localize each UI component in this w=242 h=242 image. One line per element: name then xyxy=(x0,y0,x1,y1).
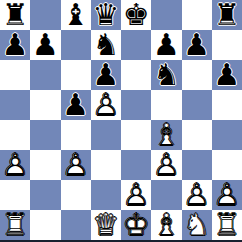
piece-white-bishop[interactable]: ♝♗ xyxy=(151,120,181,150)
square-g4[interactable] xyxy=(182,120,212,150)
piece-white-rook[interactable]: ♜♖ xyxy=(0,210,30,240)
square-e6[interactable] xyxy=(121,60,151,90)
square-h8[interactable]: ♜ xyxy=(212,0,242,30)
piece-black-rook[interactable]: ♜ xyxy=(212,0,242,30)
square-f4[interactable]: ♝♗ xyxy=(151,120,181,150)
square-h2[interactable]: ♟♙ xyxy=(212,180,242,210)
white-piece-outline-glyph: ♘ xyxy=(182,210,212,240)
white-piece-outline-glyph: ♕ xyxy=(91,210,121,240)
white-piece-outline-glyph: ♔ xyxy=(121,210,151,240)
piece-black-bishop[interactable]: ♝ xyxy=(61,0,91,30)
square-d5[interactable]: ♟♙ xyxy=(91,90,121,120)
square-f6[interactable]: ♞ xyxy=(151,60,181,90)
piece-black-pawn[interactable]: ♟ xyxy=(151,30,181,60)
piece-black-pawn[interactable]: ♟ xyxy=(91,60,121,90)
square-g5[interactable] xyxy=(182,90,212,120)
chess-board-container: ♜♝♛♚♜♟♟♞♟♟♟♞♟♟♟♙♝♗♟♙♟♙♟♙♟♙♟♙♟♙♜♖♛♕♚♔♝♗♞♘… xyxy=(0,0,242,242)
square-b7[interactable]: ♟ xyxy=(30,30,60,60)
square-e5[interactable] xyxy=(121,90,151,120)
square-a4[interactable] xyxy=(0,120,30,150)
piece-white-queen[interactable]: ♛♕ xyxy=(91,210,121,240)
square-d7[interactable]: ♞ xyxy=(91,30,121,60)
square-e3[interactable] xyxy=(121,150,151,180)
square-d2[interactable] xyxy=(91,180,121,210)
square-g2[interactable]: ♟♙ xyxy=(182,180,212,210)
white-piece-outline-glyph: ♖ xyxy=(0,210,30,240)
square-f3[interactable]: ♟♙ xyxy=(151,150,181,180)
square-h1[interactable]: ♜♖ xyxy=(212,210,242,240)
piece-black-pawn[interactable]: ♟ xyxy=(182,30,212,60)
square-d4[interactable] xyxy=(91,120,121,150)
piece-black-pawn[interactable]: ♟ xyxy=(0,30,30,60)
square-h4[interactable] xyxy=(212,120,242,150)
piece-black-knight[interactable]: ♞ xyxy=(91,30,121,60)
square-e8[interactable]: ♚ xyxy=(121,0,151,30)
square-h5[interactable] xyxy=(212,90,242,120)
piece-white-pawn[interactable]: ♟♙ xyxy=(121,180,151,210)
white-piece-outline-glyph: ♙ xyxy=(182,180,212,210)
white-piece-outline-glyph: ♙ xyxy=(151,150,181,180)
square-b4[interactable] xyxy=(30,120,60,150)
piece-white-pawn[interactable]: ♟♙ xyxy=(61,150,91,180)
square-a5[interactable] xyxy=(0,90,30,120)
piece-white-pawn[interactable]: ♟♙ xyxy=(91,90,121,120)
square-c1[interactable] xyxy=(61,210,91,240)
square-g7[interactable]: ♟ xyxy=(182,30,212,60)
square-g8[interactable] xyxy=(182,0,212,30)
square-h7[interactable] xyxy=(212,30,242,60)
square-f2[interactable] xyxy=(151,180,181,210)
square-g3[interactable] xyxy=(182,150,212,180)
white-piece-outline-glyph: ♗ xyxy=(151,210,181,240)
square-b8[interactable] xyxy=(30,0,60,30)
white-piece-outline-glyph: ♙ xyxy=(121,180,151,210)
square-a3[interactable]: ♟♙ xyxy=(0,150,30,180)
square-g6[interactable] xyxy=(182,60,212,90)
square-d6[interactable]: ♟ xyxy=(91,60,121,90)
square-d8[interactable]: ♛ xyxy=(91,0,121,30)
piece-white-pawn[interactable]: ♟♙ xyxy=(0,150,30,180)
white-piece-outline-glyph: ♖ xyxy=(212,210,242,240)
piece-black-knight[interactable]: ♞ xyxy=(151,60,181,90)
square-g1[interactable]: ♞♘ xyxy=(182,210,212,240)
piece-white-rook[interactable]: ♜♖ xyxy=(212,210,242,240)
piece-black-pawn[interactable]: ♟ xyxy=(212,60,242,90)
piece-white-knight[interactable]: ♞♘ xyxy=(182,210,212,240)
square-c5[interactable]: ♟ xyxy=(61,90,91,120)
square-d3[interactable] xyxy=(91,150,121,180)
white-piece-outline-glyph: ♙ xyxy=(212,180,242,210)
piece-black-pawn[interactable]: ♟ xyxy=(30,30,60,60)
square-e1[interactable]: ♚♔ xyxy=(121,210,151,240)
square-a8[interactable]: ♜ xyxy=(0,0,30,30)
square-b1[interactable] xyxy=(30,210,60,240)
square-c7[interactable] xyxy=(61,30,91,60)
square-b3[interactable] xyxy=(30,150,60,180)
piece-white-pawn[interactable]: ♟♙ xyxy=(182,180,212,210)
square-e2[interactable]: ♟♙ xyxy=(121,180,151,210)
square-b6[interactable] xyxy=(30,60,60,90)
square-c4[interactable] xyxy=(61,120,91,150)
piece-black-rook[interactable]: ♜ xyxy=(0,0,30,30)
piece-white-pawn[interactable]: ♟♙ xyxy=(151,150,181,180)
piece-white-king[interactable]: ♚♔ xyxy=(121,210,151,240)
square-e4[interactable] xyxy=(121,120,151,150)
chess-board: ♜♝♛♚♜♟♟♞♟♟♟♞♟♟♟♙♝♗♟♙♟♙♟♙♟♙♟♙♟♙♜♖♛♕♚♔♝♗♞♘… xyxy=(0,0,242,240)
square-f8[interactable] xyxy=(151,0,181,30)
piece-black-queen[interactable]: ♛ xyxy=(91,0,121,30)
square-c8[interactable]: ♝ xyxy=(61,0,91,30)
square-f5[interactable] xyxy=(151,90,181,120)
square-c2[interactable] xyxy=(61,180,91,210)
white-piece-outline-glyph: ♗ xyxy=(151,120,181,150)
square-c6[interactable] xyxy=(61,60,91,90)
piece-black-king[interactable]: ♚ xyxy=(121,0,151,30)
white-piece-outline-glyph: ♙ xyxy=(61,150,91,180)
square-h3[interactable] xyxy=(212,150,242,180)
square-f1[interactable]: ♝♗ xyxy=(151,210,181,240)
square-a6[interactable] xyxy=(0,60,30,90)
square-b5[interactable] xyxy=(30,90,60,120)
piece-black-pawn[interactable]: ♟ xyxy=(61,90,91,120)
piece-white-bishop[interactable]: ♝♗ xyxy=(151,210,181,240)
white-piece-outline-glyph: ♙ xyxy=(91,90,121,120)
square-c3[interactable]: ♟♙ xyxy=(61,150,91,180)
square-e7[interactable] xyxy=(121,30,151,60)
square-b2[interactable] xyxy=(30,180,60,210)
square-d1[interactable]: ♛♕ xyxy=(91,210,121,240)
square-a2[interactable] xyxy=(0,180,30,210)
white-piece-outline-glyph: ♙ xyxy=(0,150,30,180)
square-f7[interactable]: ♟ xyxy=(151,30,181,60)
piece-white-pawn[interactable]: ♟♙ xyxy=(212,180,242,210)
square-a1[interactable]: ♜♖ xyxy=(0,210,30,240)
square-a7[interactable]: ♟ xyxy=(0,30,30,60)
square-h6[interactable]: ♟ xyxy=(212,60,242,90)
